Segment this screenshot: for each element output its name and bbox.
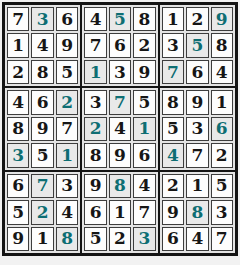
sudoku-cell-r7c6[interactable]: 4 [133, 174, 155, 198]
sudoku-cell-r4c6[interactable]: 5 [133, 90, 155, 114]
sudoku-cell-r4c5[interactable]: 7 [109, 90, 131, 114]
sudoku-cell-r4c7[interactable]: 8 [162, 90, 184, 114]
sudoku-cell-r1c2[interactable]: 3 [31, 7, 53, 31]
sudoku-block-9: 215983647 [160, 172, 235, 253]
sudoku-cell-r6c4[interactable]: 8 [84, 143, 106, 167]
sudoku-cell-r4c3[interactable]: 2 [56, 90, 78, 114]
sudoku-cell-r2c1[interactable]: 1 [7, 33, 29, 57]
sudoku-cell-r5c3[interactable]: 7 [56, 117, 78, 141]
sudoku-block-3: 129358764 [160, 5, 235, 86]
sudoku-cell-r7c8[interactable]: 1 [186, 174, 208, 198]
sudoku-cell-r8c1[interactable]: 5 [7, 200, 29, 224]
sudoku-cell-r8c9[interactable]: 3 [211, 200, 233, 224]
sudoku-cell-r2c2[interactable]: 4 [31, 33, 53, 57]
sudoku-cell-r6c8[interactable]: 7 [186, 143, 208, 167]
sudoku-cell-r4c4[interactable]: 3 [84, 90, 106, 114]
sudoku-block-1: 736149285 [5, 5, 80, 86]
sudoku-cell-r4c9[interactable]: 1 [211, 90, 233, 114]
sudoku-cell-r3c8[interactable]: 6 [186, 60, 208, 84]
sudoku-cell-r2c3[interactable]: 9 [56, 33, 78, 57]
sudoku-cell-r7c3[interactable]: 3 [56, 174, 78, 198]
sudoku-cell-r9c5[interactable]: 2 [109, 227, 131, 251]
sudoku-cell-r3c1[interactable]: 2 [7, 60, 29, 84]
sudoku-cell-r6c1[interactable]: 3 [7, 143, 29, 167]
sudoku-cell-r7c7[interactable]: 2 [162, 174, 184, 198]
sudoku-cell-r6c9[interactable]: 2 [211, 143, 233, 167]
sudoku-cell-r3c7[interactable]: 7 [162, 60, 184, 84]
sudoku-cell-r2c7[interactable]: 3 [162, 33, 184, 57]
sudoku-cell-r1c5[interactable]: 5 [109, 7, 131, 31]
sudoku-cell-r3c6[interactable]: 9 [133, 60, 155, 84]
sudoku-cell-r9c4[interactable]: 5 [84, 227, 106, 251]
sudoku-cell-r1c4[interactable]: 4 [84, 7, 106, 31]
sudoku-cell-r2c9[interactable]: 8 [211, 33, 233, 57]
sudoku-cell-r8c4[interactable]: 6 [84, 200, 106, 224]
sudoku-cell-r2c4[interactable]: 7 [84, 33, 106, 57]
sudoku-block-6: 891536472 [160, 88, 235, 169]
sudoku-cell-r2c6[interactable]: 2 [133, 33, 155, 57]
sudoku-cell-r8c5[interactable]: 1 [109, 200, 131, 224]
sudoku-cell-r7c5[interactable]: 8 [109, 174, 131, 198]
sudoku-cell-r9c3[interactable]: 8 [56, 227, 78, 251]
sudoku-cell-r1c6[interactable]: 8 [133, 7, 155, 31]
sudoku-cell-r3c4[interactable]: 1 [84, 60, 106, 84]
sudoku-cell-r7c1[interactable]: 6 [7, 174, 29, 198]
sudoku-cell-r1c7[interactable]: 1 [162, 7, 184, 31]
sudoku-block-4: 462897351 [5, 88, 80, 169]
sudoku-cell-r8c2[interactable]: 2 [31, 200, 53, 224]
sudoku-cell-r5c1[interactable]: 8 [7, 117, 29, 141]
sudoku-cell-r6c6[interactable]: 6 [133, 143, 155, 167]
sudoku-cell-r1c1[interactable]: 7 [7, 7, 29, 31]
sudoku-cell-r6c5[interactable]: 9 [109, 143, 131, 167]
sudoku-cell-r4c8[interactable]: 9 [186, 90, 208, 114]
sudoku-cell-r8c3[interactable]: 4 [56, 200, 78, 224]
sudoku-cell-r5c5[interactable]: 4 [109, 117, 131, 141]
sudoku-cell-r7c9[interactable]: 5 [211, 174, 233, 198]
sudoku-cell-r6c7[interactable]: 4 [162, 143, 184, 167]
sudoku-cell-r3c5[interactable]: 3 [109, 60, 131, 84]
sudoku-cell-r9c8[interactable]: 4 [186, 227, 208, 251]
sudoku-board: 7361492854587621391293587644628973513752… [2, 2, 238, 256]
sudoku-block-8: 984617523 [82, 172, 157, 253]
sudoku-cell-r1c9[interactable]: 9 [211, 7, 233, 31]
sudoku-cell-r5c9[interactable]: 6 [211, 117, 233, 141]
sudoku-cell-r2c8[interactable]: 5 [186, 33, 208, 57]
sudoku-cell-r6c3[interactable]: 1 [56, 143, 78, 167]
sudoku-cell-r5c8[interactable]: 3 [186, 117, 208, 141]
sudoku-cell-r9c9[interactable]: 7 [211, 227, 233, 251]
sudoku-block-5: 375241896 [82, 88, 157, 169]
sudoku-cell-r8c7[interactable]: 9 [162, 200, 184, 224]
sudoku-cell-r5c2[interactable]: 9 [31, 117, 53, 141]
sudoku-cell-r8c6[interactable]: 7 [133, 200, 155, 224]
sudoku-cell-r8c8[interactable]: 8 [186, 200, 208, 224]
sudoku-cell-r7c2[interactable]: 7 [31, 174, 53, 198]
sudoku-cell-r1c8[interactable]: 2 [186, 7, 208, 31]
sudoku-cell-r3c2[interactable]: 8 [31, 60, 53, 84]
sudoku-cell-r4c1[interactable]: 4 [7, 90, 29, 114]
sudoku-cell-r9c1[interactable]: 9 [7, 227, 29, 251]
sudoku-cell-r7c4[interactable]: 9 [84, 174, 106, 198]
sudoku-cell-r9c6[interactable]: 3 [133, 227, 155, 251]
sudoku-cell-r2c5[interactable]: 6 [109, 33, 131, 57]
sudoku-cell-r1c3[interactable]: 6 [56, 7, 78, 31]
sudoku-cell-r5c7[interactable]: 5 [162, 117, 184, 141]
sudoku-cell-r3c3[interactable]: 5 [56, 60, 78, 84]
sudoku-cell-r4c2[interactable]: 6 [31, 90, 53, 114]
sudoku-cell-r3c9[interactable]: 4 [211, 60, 233, 84]
sudoku-cell-r5c4[interactable]: 2 [84, 117, 106, 141]
sudoku-block-2: 458762139 [82, 5, 157, 86]
sudoku-cell-r6c2[interactable]: 5 [31, 143, 53, 167]
sudoku-cell-r5c6[interactable]: 1 [133, 117, 155, 141]
sudoku-cell-r9c2[interactable]: 1 [31, 227, 53, 251]
sudoku-block-7: 673524918 [5, 172, 80, 253]
sudoku-cell-r9c7[interactable]: 6 [162, 227, 184, 251]
